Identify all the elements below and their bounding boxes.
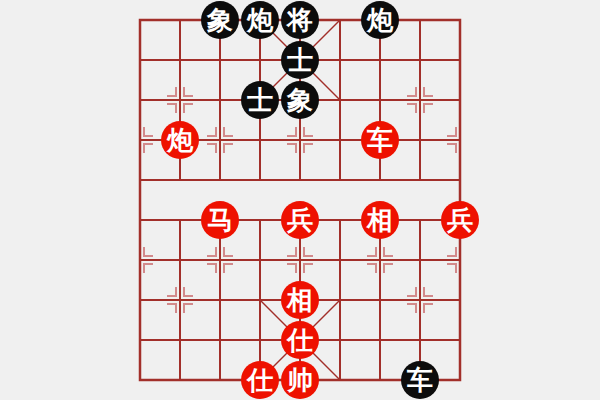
piece-black-chariot[interactable]: 车: [401, 361, 439, 399]
piece-black-advisor[interactable]: 士: [281, 41, 319, 79]
piece-red-king[interactable]: 帅: [281, 361, 319, 399]
piece-black-general[interactable]: 将: [281, 1, 319, 39]
piece-red-advisor[interactable]: 仕: [241, 361, 279, 399]
piece-red-chariot[interactable]: 车: [361, 121, 399, 159]
xiangqi-screen: 象炮将炮士士象炮车马兵相兵相仕仕帅车: [0, 0, 600, 400]
piece-black-cannon[interactable]: 炮: [361, 1, 399, 39]
piece-black-cannon[interactable]: 炮: [241, 1, 279, 39]
piece-red-advisor[interactable]: 仕: [281, 321, 319, 359]
piece-black-elephant[interactable]: 象: [201, 1, 239, 39]
xiangqi-board[interactable]: 象炮将炮士士象炮车马兵相兵相仕仕帅车: [0, 0, 600, 400]
piece-red-elephant[interactable]: 相: [281, 281, 319, 319]
piece-red-soldier[interactable]: 兵: [281, 201, 319, 239]
piece-red-horse[interactable]: 马: [201, 201, 239, 239]
piece-black-advisor[interactable]: 士: [241, 81, 279, 119]
piece-black-elephant[interactable]: 象: [281, 81, 319, 119]
piece-red-cannon[interactable]: 炮: [161, 121, 199, 159]
piece-red-soldier[interactable]: 兵: [441, 201, 479, 239]
piece-red-elephant[interactable]: 相: [361, 201, 399, 239]
